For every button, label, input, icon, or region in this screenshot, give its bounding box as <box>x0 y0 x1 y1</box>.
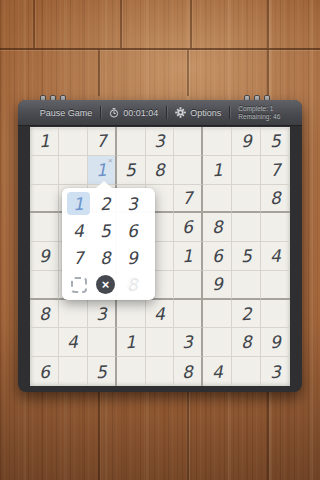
popup-number-7[interactable]: 7 <box>65 244 92 271</box>
user-digit: 1 <box>95 159 107 180</box>
given-digit: 6 <box>211 246 223 267</box>
given-digit: 3 <box>182 332 194 353</box>
cell-r8c2[interactable]: 4 <box>59 328 88 357</box>
cell-r1c3[interactable]: 7 <box>88 127 117 156</box>
cell-r9c1[interactable]: 6 <box>30 357 59 386</box>
clear-cell-button[interactable] <box>71 277 87 293</box>
popup-number-8[interactable]: 8 <box>92 244 119 271</box>
cell-r4c8[interactable] <box>232 213 261 242</box>
cell-r2c7[interactable]: 1 <box>203 156 232 185</box>
cell-r5c7[interactable]: 6 <box>203 242 232 271</box>
cell-r4c1[interactable] <box>30 213 59 242</box>
complete-count: Complete: 1 <box>238 105 280 113</box>
cell-r1c2[interactable] <box>59 127 88 156</box>
cell-r3c9[interactable]: 8 <box>261 185 290 214</box>
popup-number-glyph: 7 <box>73 247 85 268</box>
cell-r4c6[interactable]: 6 <box>174 213 203 242</box>
cell-r1c7[interactable] <box>203 127 232 156</box>
given-digit: 8 <box>38 303 50 324</box>
cell-r7c1[interactable]: 8 <box>30 300 59 329</box>
popup-number-2[interactable]: 2 <box>92 190 119 217</box>
cell-r1c4[interactable] <box>117 127 146 156</box>
cell-r1c9[interactable]: 5 <box>261 127 290 156</box>
clock-icon <box>109 108 119 118</box>
popup-number-6[interactable]: 6 <box>119 217 146 244</box>
cell-r9c6[interactable]: 8 <box>174 357 203 386</box>
cell-r1c8[interactable]: 9 <box>232 127 261 156</box>
cell-r9c5[interactable] <box>146 357 175 386</box>
cell-r3c1[interactable] <box>30 185 59 214</box>
given-digit: 6 <box>38 361 50 382</box>
given-digit: 9 <box>240 131 252 152</box>
cell-r8c1[interactable] <box>30 328 59 357</box>
cell-r9c7[interactable]: 4 <box>203 357 232 386</box>
cell-r3c7[interactable] <box>203 185 232 214</box>
popup-number-3[interactable]: 3 <box>119 190 146 217</box>
cell-r6c1[interactable] <box>30 271 59 300</box>
given-digit: 8 <box>182 361 194 382</box>
cell-r1c5[interactable]: 3 <box>146 127 175 156</box>
popup-number-4[interactable]: 4 <box>65 217 92 244</box>
cell-r7c3[interactable]: 3 <box>88 300 117 329</box>
given-digit: 7 <box>270 159 282 180</box>
given-digit: 8 <box>240 332 252 353</box>
cell-r7c8[interactable]: 2 <box>232 300 261 329</box>
cell-r6c6[interactable] <box>174 271 203 300</box>
clear-selected-cell-icon[interactable]: × <box>108 156 113 165</box>
given-digit: 8 <box>154 159 166 180</box>
cell-r2c2[interactable] <box>59 156 88 185</box>
given-digit: 5 <box>240 246 252 267</box>
given-digit: 8 <box>270 188 282 209</box>
cell-r8c4[interactable]: 1 <box>117 328 146 357</box>
given-digit: 4 <box>270 246 282 267</box>
given-digit: 4 <box>154 303 166 324</box>
remaining-count: Remaining: 46 <box>238 113 280 121</box>
cell-r4c7[interactable]: 8 <box>203 213 232 242</box>
cell-r4c9[interactable] <box>261 213 290 242</box>
given-digit: 6 <box>182 217 194 238</box>
given-digit: 1 <box>182 246 194 267</box>
progress-stats: Complete: 1 Remaining: 46 <box>238 105 280 121</box>
cell-r2c6[interactable] <box>174 156 203 185</box>
cell-r9c9[interactable]: 3 <box>261 357 290 386</box>
cell-r5c9[interactable]: 4 <box>261 242 290 271</box>
popup-number-glyph: 2 <box>100 193 112 214</box>
timer-value: 00:01:04 <box>123 108 158 118</box>
game-toolbar: Pause Game 00:01:04 <box>18 100 302 126</box>
given-digit: 4 <box>67 332 79 353</box>
cell-r3c6[interactable]: 7 <box>174 185 203 214</box>
app-screen: Pause Game 00:01:04 <box>0 0 320 480</box>
given-digit: 8 <box>211 217 223 238</box>
options-button[interactable]: Options <box>175 107 221 118</box>
popup-number-pad: 123456789 <box>65 190 146 271</box>
cell-r9c2[interactable] <box>59 357 88 386</box>
popup-number-9[interactable]: 9 <box>119 244 146 271</box>
cell-r1c1[interactable]: 1 <box>30 127 59 156</box>
given-digit: 5 <box>125 159 137 180</box>
popup-number-glyph: 6 <box>127 220 139 241</box>
given-digit: 3 <box>95 303 107 324</box>
pause-game-button[interactable]: Pause Game <box>40 108 93 118</box>
cell-r6c7[interactable]: 9 <box>203 271 232 300</box>
toolbar-divider <box>166 106 167 119</box>
popup-number-glyph: 4 <box>73 220 85 241</box>
toolbar-divider <box>229 106 230 119</box>
cell-r7c7[interactable] <box>203 300 232 329</box>
close-popup-button[interactable]: × <box>96 275 115 294</box>
options-label: Options <box>190 108 221 118</box>
cell-r9c4[interactable] <box>117 357 146 386</box>
cell-r8c3[interactable] <box>88 328 117 357</box>
toolbar-divider <box>100 106 101 119</box>
given-digit: 7 <box>95 131 107 152</box>
cell-r9c8[interactable] <box>232 357 261 386</box>
cell-r8c9[interactable]: 9 <box>261 328 290 357</box>
given-digit: 7 <box>182 188 194 209</box>
given-digit: 4 <box>211 361 223 382</box>
given-digit: 1 <box>211 159 223 180</box>
given-digit: 9 <box>270 332 282 353</box>
popup-number-1[interactable]: 1 <box>65 190 92 217</box>
popup-number-glyph: 5 <box>100 220 112 241</box>
cell-r9c3[interactable]: 5 <box>88 357 117 386</box>
cell-r7c2[interactable] <box>59 300 88 329</box>
given-digit: 1 <box>125 332 137 353</box>
popup-number-glyph: 3 <box>127 193 139 214</box>
timer-display: 00:01:04 <box>109 108 158 118</box>
number-picker-popup: 123456789 × 8 <box>62 188 155 300</box>
ghost-underlying-digit: 8 <box>127 274 139 295</box>
cell-r1c6[interactable] <box>174 127 203 156</box>
given-digit: 5 <box>95 361 107 382</box>
cell-r5c8[interactable]: 5 <box>232 242 261 271</box>
cell-r6c9[interactable] <box>261 271 290 300</box>
given-digit: 3 <box>270 361 282 382</box>
cell-r2c9[interactable]: 7 <box>261 156 290 185</box>
popup-arrow <box>96 181 112 188</box>
cell-r8c7[interactable] <box>203 328 232 357</box>
cell-r6c8[interactable] <box>232 271 261 300</box>
popup-number-glyph: 9 <box>127 247 139 268</box>
cell-r7c5[interactable]: 4 <box>146 300 175 329</box>
cell-r8c5[interactable] <box>146 328 175 357</box>
gear-icon <box>175 107 186 118</box>
given-digit: 3 <box>154 131 166 152</box>
cell-r2c8[interactable] <box>232 156 261 185</box>
cell-r2c4[interactable]: 5 <box>117 156 146 185</box>
popup-number-5[interactable]: 5 <box>92 217 119 244</box>
popup-footer: × 8 <box>65 271 146 298</box>
cell-r5c1[interactable]: 9 <box>30 242 59 271</box>
popup-number-glyph: 8 <box>100 247 112 268</box>
cell-r3c8[interactable] <box>232 185 261 214</box>
cell-r7c4[interactable] <box>117 300 146 329</box>
cell-r7c9[interactable] <box>261 300 290 329</box>
cell-r8c6[interactable]: 3 <box>174 328 203 357</box>
cell-r7c6[interactable] <box>174 300 203 329</box>
given-digit: 1 <box>38 131 50 152</box>
cell-r2c5[interactable]: 8 <box>146 156 175 185</box>
cell-r2c1[interactable] <box>30 156 59 185</box>
given-digit: 5 <box>270 131 282 152</box>
given-digit: 9 <box>211 274 223 295</box>
cell-r8c8[interactable]: 8 <box>232 328 261 357</box>
popup-number-glyph: 1 <box>73 193 85 214</box>
sudoku-board: Pause Game 00:01:04 <box>18 100 302 392</box>
given-digit: 2 <box>240 303 252 324</box>
cell-r5c6[interactable]: 1 <box>174 242 203 271</box>
pause-game-label: Pause Game <box>40 108 93 118</box>
given-digit: 9 <box>38 246 50 267</box>
